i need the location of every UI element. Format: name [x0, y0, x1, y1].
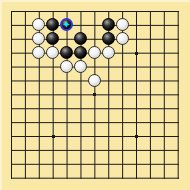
black-stone[interactable] [60, 46, 73, 59]
black-stone[interactable] [102, 32, 115, 45]
black-stone[interactable] [46, 18, 59, 31]
stones-layer: ✦ [4, 4, 185, 185]
white-stone[interactable] [46, 46, 59, 59]
white-stone[interactable] [116, 18, 129, 31]
black-stone[interactable] [46, 32, 59, 45]
white-stone[interactable] [32, 46, 45, 59]
white-stone[interactable] [116, 32, 129, 45]
white-stone[interactable] [88, 74, 101, 87]
white-stone[interactable] [88, 46, 101, 59]
last-move-marked-black-stone[interactable]: ✦ [60, 18, 73, 31]
go-board[interactable]: ✦ [0, 0, 190, 190]
black-stone[interactable] [74, 46, 87, 59]
white-stone[interactable] [102, 46, 115, 59]
black-stone[interactable] [74, 32, 87, 45]
black-stone[interactable] [102, 18, 115, 31]
white-stone[interactable] [32, 18, 45, 31]
white-stone[interactable] [60, 60, 73, 73]
white-stone[interactable] [74, 60, 87, 73]
go-diagram-page: ✦ [0, 0, 190, 190]
white-stone[interactable] [32, 32, 45, 45]
last-move-star-icon: ✦ [62, 19, 70, 29]
